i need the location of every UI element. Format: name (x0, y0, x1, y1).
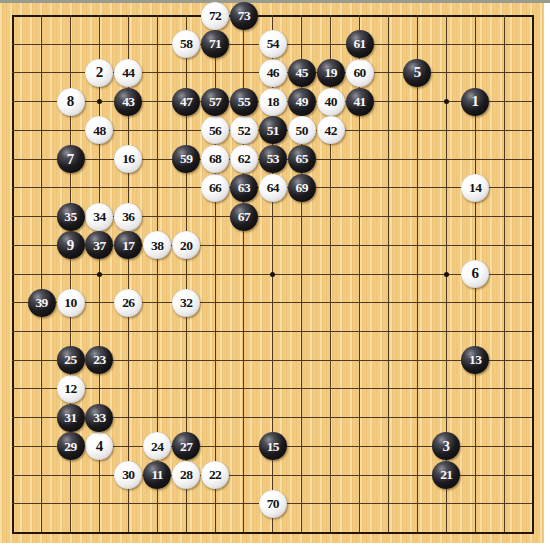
stone-2[interactable]: 2 (85, 59, 113, 87)
stone-62[interactable]: 62 (230, 145, 258, 173)
stone-41[interactable]: 41 (346, 88, 374, 116)
stone-28[interactable]: 28 (172, 461, 200, 489)
stone-20[interactable]: 20 (172, 231, 200, 259)
stone-66[interactable]: 66 (201, 174, 229, 202)
stone-14[interactable]: 14 (461, 174, 489, 202)
stone-71[interactable]: 71 (201, 30, 229, 58)
stone-44[interactable]: 44 (114, 59, 142, 87)
stone-1[interactable]: 1 (461, 88, 489, 116)
stone-55[interactable]: 55 (230, 88, 258, 116)
stone-39[interactable]: 39 (28, 289, 56, 317)
stone-6[interactable]: 6 (461, 260, 489, 288)
stone-32[interactable]: 32 (172, 289, 200, 317)
stone-24[interactable]: 24 (143, 432, 171, 460)
stone-4[interactable]: 4 (85, 432, 113, 460)
stone-69[interactable]: 69 (288, 174, 316, 202)
stone-36[interactable]: 36 (114, 203, 142, 231)
stone-47[interactable]: 47 (172, 88, 200, 116)
stone-72[interactable]: 72 (201, 2, 229, 30)
stone-52[interactable]: 52 (230, 116, 258, 144)
stone-11[interactable]: 11 (143, 461, 171, 489)
stone-13[interactable]: 13 (461, 346, 489, 374)
stone-68[interactable]: 68 (201, 145, 229, 173)
stone-29[interactable]: 29 (57, 432, 85, 460)
stone-30[interactable]: 30 (114, 461, 142, 489)
stone-18[interactable]: 18 (259, 88, 287, 116)
stone-23[interactable]: 23 (85, 346, 113, 374)
stone-16[interactable]: 16 (114, 145, 142, 173)
stone-59[interactable]: 59 (172, 145, 200, 173)
stones-layer: 1234567891011121314151617181920212223242… (0, 1, 548, 547)
stone-15[interactable]: 15 (259, 432, 287, 460)
stone-49[interactable]: 49 (288, 88, 316, 116)
stone-58[interactable]: 58 (172, 30, 200, 58)
stone-61[interactable]: 61 (346, 30, 374, 58)
stone-8[interactable]: 8 (57, 88, 85, 116)
stone-57[interactable]: 57 (201, 88, 229, 116)
stone-51[interactable]: 51 (259, 116, 287, 144)
stone-7[interactable]: 7 (57, 145, 85, 173)
stone-25[interactable]: 25 (57, 346, 85, 374)
stone-65[interactable]: 65 (288, 145, 316, 173)
stone-9[interactable]: 9 (57, 231, 85, 259)
go-app-screen: 1234567891011121314151617181920212223242… (0, 0, 550, 548)
stone-17[interactable]: 17 (114, 231, 142, 259)
stone-3[interactable]: 3 (432, 432, 460, 460)
stone-48[interactable]: 48 (85, 116, 113, 144)
stone-5[interactable]: 5 (403, 59, 431, 87)
stone-26[interactable]: 26 (114, 289, 142, 317)
stone-50[interactable]: 50 (288, 116, 316, 144)
stone-21[interactable]: 21 (432, 461, 460, 489)
stone-73[interactable]: 73 (230, 2, 258, 30)
stone-35[interactable]: 35 (57, 203, 85, 231)
stone-53[interactable]: 53 (259, 145, 287, 173)
stone-33[interactable]: 33 (85, 404, 113, 432)
stone-70[interactable]: 70 (259, 490, 287, 518)
stone-56[interactable]: 56 (201, 116, 229, 144)
stone-40[interactable]: 40 (317, 88, 345, 116)
stone-43[interactable]: 43 (114, 88, 142, 116)
stone-31[interactable]: 31 (57, 404, 85, 432)
stone-46[interactable]: 46 (259, 59, 287, 87)
stone-37[interactable]: 37 (85, 231, 113, 259)
stone-38[interactable]: 38 (143, 231, 171, 259)
stone-34[interactable]: 34 (85, 203, 113, 231)
stone-64[interactable]: 64 (259, 174, 287, 202)
stone-54[interactable]: 54 (259, 30, 287, 58)
stone-42[interactable]: 42 (317, 116, 345, 144)
stone-10[interactable]: 10 (57, 289, 85, 317)
stone-45[interactable]: 45 (288, 59, 316, 87)
stone-63[interactable]: 63 (230, 174, 258, 202)
stone-12[interactable]: 12 (57, 375, 85, 403)
stone-60[interactable]: 60 (346, 59, 374, 87)
stone-19[interactable]: 19 (317, 59, 345, 87)
stone-67[interactable]: 67 (230, 203, 258, 231)
stone-22[interactable]: 22 (201, 461, 229, 489)
go-board[interactable]: 1234567891011121314151617181920212223242… (0, 3, 544, 543)
stone-27[interactable]: 27 (172, 432, 200, 460)
